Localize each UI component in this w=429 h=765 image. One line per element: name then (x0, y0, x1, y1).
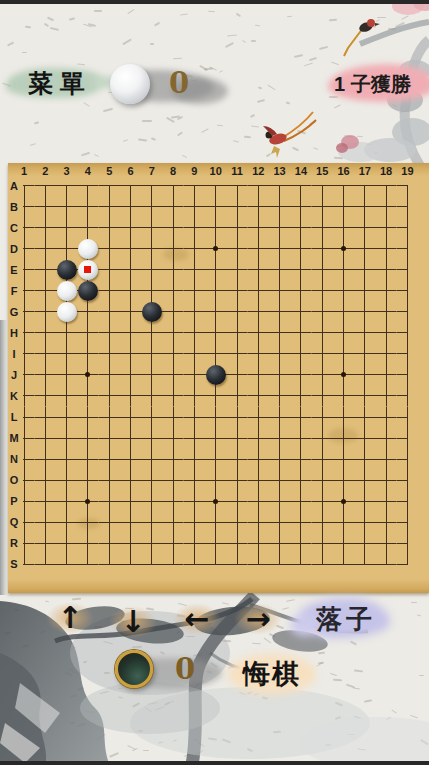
board-point-F4[interactable] (77, 280, 98, 301)
board-point-A9[interactable] (184, 175, 205, 196)
board-point-N19[interactable] (397, 449, 418, 470)
board-point-M9[interactable] (184, 428, 205, 449)
board-point-E13[interactable] (269, 259, 290, 280)
board-point-D18[interactable] (375, 238, 396, 259)
arrow-up-button[interactable]: ↑ (48, 596, 92, 640)
board-point-S8[interactable] (162, 554, 183, 575)
board-point-Q6[interactable] (120, 512, 141, 533)
board-point-I10[interactable] (205, 343, 226, 364)
board-point-J8[interactable] (162, 364, 183, 385)
board-point-J5[interactable] (99, 364, 120, 385)
board-point-L2[interactable] (35, 407, 56, 428)
board-point-C13[interactable] (269, 217, 290, 238)
board-point-E7[interactable] (141, 259, 162, 280)
board-point-M16[interactable] (333, 428, 354, 449)
board-point-E17[interactable] (354, 259, 375, 280)
board-point-P13[interactable] (269, 491, 290, 512)
board-point-O11[interactable] (226, 470, 247, 491)
board-point-R15[interactable] (312, 533, 333, 554)
board-point-A12[interactable] (248, 175, 269, 196)
menu-button[interactable]: 菜單 (6, 62, 108, 104)
board-point-K5[interactable] (99, 385, 120, 406)
board-point-R9[interactable] (184, 533, 205, 554)
board-point-E3[interactable] (56, 259, 77, 280)
board-point-K12[interactable] (248, 385, 269, 406)
board-point-Q13[interactable] (269, 512, 290, 533)
board-point-J12[interactable] (248, 364, 269, 385)
board-point-H8[interactable] (162, 322, 183, 343)
board-point-C6[interactable] (120, 217, 141, 238)
board-point-G8[interactable] (162, 301, 183, 322)
board-point-R12[interactable] (248, 533, 269, 554)
board-point-N9[interactable] (184, 449, 205, 470)
board-point-C15[interactable] (312, 217, 333, 238)
board-point-L6[interactable] (120, 407, 141, 428)
board-point-C3[interactable] (56, 217, 77, 238)
board-point-C4[interactable] (77, 217, 98, 238)
board-point-G19[interactable] (397, 301, 418, 322)
board-point-C17[interactable] (354, 217, 375, 238)
board-point-N6[interactable] (120, 449, 141, 470)
board-point-R14[interactable] (290, 533, 311, 554)
board-point-E4[interactable] (77, 259, 98, 280)
board-point-N3[interactable] (56, 449, 77, 470)
board-point-H19[interactable] (397, 322, 418, 343)
board-point-O13[interactable] (269, 470, 290, 491)
board-point-L16[interactable] (333, 407, 354, 428)
board-point-H16[interactable] (333, 322, 354, 343)
board-point-A2[interactable] (35, 175, 56, 196)
board-point-N2[interactable] (35, 449, 56, 470)
board-point-K10[interactable] (205, 385, 226, 406)
board-point-S12[interactable] (248, 554, 269, 575)
board-point-H17[interactable] (354, 322, 375, 343)
board-point-K3[interactable] (56, 385, 77, 406)
arrow-down-button[interactable]: ↓ (111, 600, 155, 644)
board-point-N12[interactable] (248, 449, 269, 470)
board-point-F6[interactable] (120, 280, 141, 301)
board-point-O18[interactable] (375, 470, 396, 491)
board-point-L7[interactable] (141, 407, 162, 428)
board-point-N5[interactable] (99, 449, 120, 470)
board-point-H2[interactable] (35, 322, 56, 343)
board-point-K8[interactable] (162, 385, 183, 406)
board-point-D8[interactable] (162, 238, 183, 259)
board-point-H11[interactable] (226, 322, 247, 343)
board-point-G7[interactable] (141, 301, 162, 322)
board-point-J16[interactable] (333, 364, 354, 385)
board-point-F7[interactable] (141, 280, 162, 301)
board-point-J19[interactable] (397, 364, 418, 385)
board-point-S10[interactable] (205, 554, 226, 575)
board-point-E11[interactable] (226, 259, 247, 280)
board-point-P15[interactable] (312, 491, 333, 512)
board-point-D3[interactable] (56, 238, 77, 259)
board-point-N8[interactable] (162, 449, 183, 470)
board-point-G13[interactable] (269, 301, 290, 322)
board-point-B10[interactable] (205, 196, 226, 217)
board-point-J3[interactable] (56, 364, 77, 385)
board-point-S2[interactable] (35, 554, 56, 575)
board-point-J2[interactable] (35, 364, 56, 385)
board-point-C2[interactable] (35, 217, 56, 238)
board-point-S17[interactable] (354, 554, 375, 575)
board-point-E14[interactable] (290, 259, 311, 280)
board-point-N13[interactable] (269, 449, 290, 470)
board-point-H5[interactable] (99, 322, 120, 343)
board-point-I5[interactable] (99, 343, 120, 364)
board-point-E10[interactable] (205, 259, 226, 280)
board-point-E5[interactable] (99, 259, 120, 280)
board-point-F16[interactable] (333, 280, 354, 301)
board-point-Q8[interactable] (162, 512, 183, 533)
board-point-S13[interactable] (269, 554, 290, 575)
board-point-A6[interactable] (120, 175, 141, 196)
board-point-F19[interactable] (397, 280, 418, 301)
board-point-Q14[interactable] (290, 512, 311, 533)
board-point-Q15[interactable] (312, 512, 333, 533)
board-point-J7[interactable] (141, 364, 162, 385)
board-point-B14[interactable] (290, 196, 311, 217)
board-point-S15[interactable] (312, 554, 333, 575)
board-point-L10[interactable] (205, 407, 226, 428)
board-point-Q11[interactable] (226, 512, 247, 533)
board-point-N7[interactable] (141, 449, 162, 470)
board-point-E18[interactable] (375, 259, 396, 280)
board-point-O7[interactable] (141, 470, 162, 491)
board-point-M6[interactable] (120, 428, 141, 449)
board-point-I2[interactable] (35, 343, 56, 364)
board-point-L14[interactable] (290, 407, 311, 428)
board-point-M3[interactable] (56, 428, 77, 449)
board-point-K19[interactable] (397, 385, 418, 406)
board-point-M10[interactable] (205, 428, 226, 449)
board-point-I7[interactable] (141, 343, 162, 364)
board-point-G5[interactable] (99, 301, 120, 322)
undo-button[interactable]: 悔棋 (224, 650, 320, 698)
board-point-S14[interactable] (290, 554, 311, 575)
board-point-Q9[interactable] (184, 512, 205, 533)
board-point-B15[interactable] (312, 196, 333, 217)
board-point-A19[interactable] (397, 175, 418, 196)
board-point-D11[interactable] (226, 238, 247, 259)
board-point-O3[interactable] (56, 470, 77, 491)
board-point-M7[interactable] (141, 428, 162, 449)
board-point-G3[interactable] (56, 301, 77, 322)
board-point-N18[interactable] (375, 449, 396, 470)
board-point-I11[interactable] (226, 343, 247, 364)
board-point-F14[interactable] (290, 280, 311, 301)
board-point-J11[interactable] (226, 364, 247, 385)
board-point-I12[interactable] (248, 343, 269, 364)
board-point-M2[interactable] (35, 428, 56, 449)
board-point-B9[interactable] (184, 196, 205, 217)
board-point-P4[interactable] (77, 491, 98, 512)
board-point-P6[interactable] (120, 491, 141, 512)
board-point-S7[interactable] (141, 554, 162, 575)
board-point-M15[interactable] (312, 428, 333, 449)
board-point-I19[interactable] (397, 343, 418, 364)
board-point-P8[interactable] (162, 491, 183, 512)
board-point-I8[interactable] (162, 343, 183, 364)
board-point-K18[interactable] (375, 385, 396, 406)
board-point-L19[interactable] (397, 407, 418, 428)
board-point-N11[interactable] (226, 449, 247, 470)
board-point-G14[interactable] (290, 301, 311, 322)
board-point-P17[interactable] (354, 491, 375, 512)
board-point-M4[interactable] (77, 428, 98, 449)
board-point-B18[interactable] (375, 196, 396, 217)
board-point-J17[interactable] (354, 364, 375, 385)
board-point-R4[interactable] (77, 533, 98, 554)
board-point-R2[interactable] (35, 533, 56, 554)
board-point-J14[interactable] (290, 364, 311, 385)
board-point-I1[interactable] (13, 343, 34, 364)
board-point-A5[interactable] (99, 175, 120, 196)
board-point-P2[interactable] (35, 491, 56, 512)
board-point-K13[interactable] (269, 385, 290, 406)
board-point-D17[interactable] (354, 238, 375, 259)
board-point-R17[interactable] (354, 533, 375, 554)
board-point-N16[interactable] (333, 449, 354, 470)
board-point-F17[interactable] (354, 280, 375, 301)
board-point-G4[interactable] (77, 301, 98, 322)
board-point-P12[interactable] (248, 491, 269, 512)
board-point-R11[interactable] (226, 533, 247, 554)
board-point-C10[interactable] (205, 217, 226, 238)
board-point-S16[interactable] (333, 554, 354, 575)
board-point-Q10[interactable] (205, 512, 226, 533)
board-point-C12[interactable] (248, 217, 269, 238)
board-point-P10[interactable] (205, 491, 226, 512)
board-point-E15[interactable] (312, 259, 333, 280)
board-point-J9[interactable] (184, 364, 205, 385)
board-point-K4[interactable] (77, 385, 98, 406)
board-point-Q12[interactable] (248, 512, 269, 533)
board-point-G15[interactable] (312, 301, 333, 322)
board-point-Q7[interactable] (141, 512, 162, 533)
board-point-S5[interactable] (99, 554, 120, 575)
board-point-A14[interactable] (290, 175, 311, 196)
board-point-H3[interactable] (56, 322, 77, 343)
board-point-M13[interactable] (269, 428, 290, 449)
board-point-S4[interactable] (77, 554, 98, 575)
board-point-R8[interactable] (162, 533, 183, 554)
board-point-O2[interactable] (35, 470, 56, 491)
board-point-E12[interactable] (248, 259, 269, 280)
board-point-R13[interactable] (269, 533, 290, 554)
arrow-left-button[interactable]: ← (175, 597, 219, 641)
board-point-A17[interactable] (354, 175, 375, 196)
board-point-K2[interactable] (35, 385, 56, 406)
board-point-F18[interactable] (375, 280, 396, 301)
board-point-K9[interactable] (184, 385, 205, 406)
board-point-L11[interactable] (226, 407, 247, 428)
board-point-C19[interactable] (397, 217, 418, 238)
board-point-D14[interactable] (290, 238, 311, 259)
board-point-N17[interactable] (354, 449, 375, 470)
board-point-A7[interactable] (141, 175, 162, 196)
board-point-I3[interactable] (56, 343, 77, 364)
board-point-D6[interactable] (120, 238, 141, 259)
board-point-I17[interactable] (354, 343, 375, 364)
board-point-K11[interactable] (226, 385, 247, 406)
board-point-P16[interactable] (333, 491, 354, 512)
board-point-P9[interactable] (184, 491, 205, 512)
board-point-L13[interactable] (269, 407, 290, 428)
board-point-K14[interactable] (290, 385, 311, 406)
board-point-S3[interactable] (56, 554, 77, 575)
board-point-B17[interactable] (354, 196, 375, 217)
board-point-N4[interactable] (77, 449, 98, 470)
board-point-L3[interactable] (56, 407, 77, 428)
board-point-D7[interactable] (141, 238, 162, 259)
board-point-B13[interactable] (269, 196, 290, 217)
board-point-N14[interactable] (290, 449, 311, 470)
board-point-A4[interactable] (77, 175, 98, 196)
board-point-K15[interactable] (312, 385, 333, 406)
board-point-F2[interactable] (35, 280, 56, 301)
board-point-G9[interactable] (184, 301, 205, 322)
board-point-G16[interactable] (333, 301, 354, 322)
board-point-O19[interactable] (397, 470, 418, 491)
board-point-M14[interactable] (290, 428, 311, 449)
board-point-N15[interactable] (312, 449, 333, 470)
board-point-B11[interactable] (226, 196, 247, 217)
board-point-F5[interactable] (99, 280, 120, 301)
board-point-S11[interactable] (226, 554, 247, 575)
board-point-S19[interactable] (397, 554, 418, 575)
board-point-H13[interactable] (269, 322, 290, 343)
board-point-O17[interactable] (354, 470, 375, 491)
board-point-B2[interactable] (35, 196, 56, 217)
board-point-B8[interactable] (162, 196, 183, 217)
board-point-J10[interactable] (205, 364, 226, 385)
board-point-F13[interactable] (269, 280, 290, 301)
board-point-D5[interactable] (99, 238, 120, 259)
board-point-R6[interactable] (120, 533, 141, 554)
board-point-S6[interactable] (120, 554, 141, 575)
board-point-G2[interactable] (35, 301, 56, 322)
board-point-O8[interactable] (162, 470, 183, 491)
board-point-H4[interactable] (77, 322, 98, 343)
board-point-C5[interactable] (99, 217, 120, 238)
board-point-H6[interactable] (120, 322, 141, 343)
board-point-A16[interactable] (333, 175, 354, 196)
board-point-J13[interactable] (269, 364, 290, 385)
board-point-H9[interactable] (184, 322, 205, 343)
board-point-C18[interactable] (375, 217, 396, 238)
board-point-D15[interactable] (312, 238, 333, 259)
board-point-Q2[interactable] (35, 512, 56, 533)
board-point-H12[interactable] (248, 322, 269, 343)
board-point-B12[interactable] (248, 196, 269, 217)
board-point-B19[interactable] (397, 196, 418, 217)
board-point-F15[interactable] (312, 280, 333, 301)
board-point-G17[interactable] (354, 301, 375, 322)
board-point-E8[interactable] (162, 259, 183, 280)
board-point-F9[interactable] (184, 280, 205, 301)
board-point-B3[interactable] (56, 196, 77, 217)
board-point-B16[interactable] (333, 196, 354, 217)
board-point-G12[interactable] (248, 301, 269, 322)
board-point-C14[interactable] (290, 217, 311, 238)
board-point-Q18[interactable] (375, 512, 396, 533)
board-point-F3[interactable] (56, 280, 77, 301)
board-point-Q19[interactable] (397, 512, 418, 533)
board-point-F10[interactable] (205, 280, 226, 301)
board-point-N10[interactable] (205, 449, 226, 470)
board-point-F8[interactable] (162, 280, 183, 301)
board-point-K16[interactable] (333, 385, 354, 406)
board-point-H7[interactable] (141, 322, 162, 343)
board-point-A13[interactable] (269, 175, 290, 196)
board-point-C16[interactable] (333, 217, 354, 238)
board-point-S18[interactable] (375, 554, 396, 575)
arrow-right-button[interactable]: → (236, 597, 280, 641)
board-point-L15[interactable] (312, 407, 333, 428)
board-point-L5[interactable] (99, 407, 120, 428)
board-point-S9[interactable] (184, 554, 205, 575)
board-point-L8[interactable] (162, 407, 183, 428)
board-point-I9[interactable] (184, 343, 205, 364)
board-point-D19[interactable] (397, 238, 418, 259)
board-point-D9[interactable] (184, 238, 205, 259)
board-point-J18[interactable] (375, 364, 396, 385)
board-point-R3[interactable] (56, 533, 77, 554)
board-point-O15[interactable] (312, 470, 333, 491)
board-point-P5[interactable] (99, 491, 120, 512)
board-point-E2[interactable] (35, 259, 56, 280)
board-point-E6[interactable] (120, 259, 141, 280)
board-point-D4[interactable] (77, 238, 98, 259)
board-point-E16[interactable] (333, 259, 354, 280)
board-point-M8[interactable] (162, 428, 183, 449)
board-point-R10[interactable] (205, 533, 226, 554)
board-point-I16[interactable] (333, 343, 354, 364)
board-point-M17[interactable] (354, 428, 375, 449)
board-point-B4[interactable] (77, 196, 98, 217)
board-point-H10[interactable] (205, 322, 226, 343)
board-point-Q4[interactable] (77, 512, 98, 533)
board-point-P19[interactable] (397, 491, 418, 512)
board-point-B6[interactable] (120, 196, 141, 217)
board-point-I4[interactable] (77, 343, 98, 364)
board-point-I14[interactable] (290, 343, 311, 364)
board-point-C7[interactable] (141, 217, 162, 238)
board-point-P18[interactable] (375, 491, 396, 512)
board-point-D2[interactable] (35, 238, 56, 259)
board-point-J4[interactable] (77, 364, 98, 385)
board-point-R18[interactable] (375, 533, 396, 554)
board-point-A8[interactable] (162, 175, 183, 196)
board-point-R16[interactable] (333, 533, 354, 554)
board-point-F11[interactable] (226, 280, 247, 301)
board-point-L18[interactable] (375, 407, 396, 428)
board-point-I18[interactable] (375, 343, 396, 364)
board-point-L17[interactable] (354, 407, 375, 428)
board-point-G11[interactable] (226, 301, 247, 322)
board-point-A18[interactable] (375, 175, 396, 196)
board-point-L9[interactable] (184, 407, 205, 428)
board-point-K7[interactable] (141, 385, 162, 406)
place-stone-button[interactable]: 落子 (294, 596, 394, 642)
board-point-J15[interactable] (312, 364, 333, 385)
board-point-M11[interactable] (226, 428, 247, 449)
board-point-O9[interactable] (184, 470, 205, 491)
board-point-M12[interactable] (248, 428, 269, 449)
board-point-B7[interactable] (141, 196, 162, 217)
